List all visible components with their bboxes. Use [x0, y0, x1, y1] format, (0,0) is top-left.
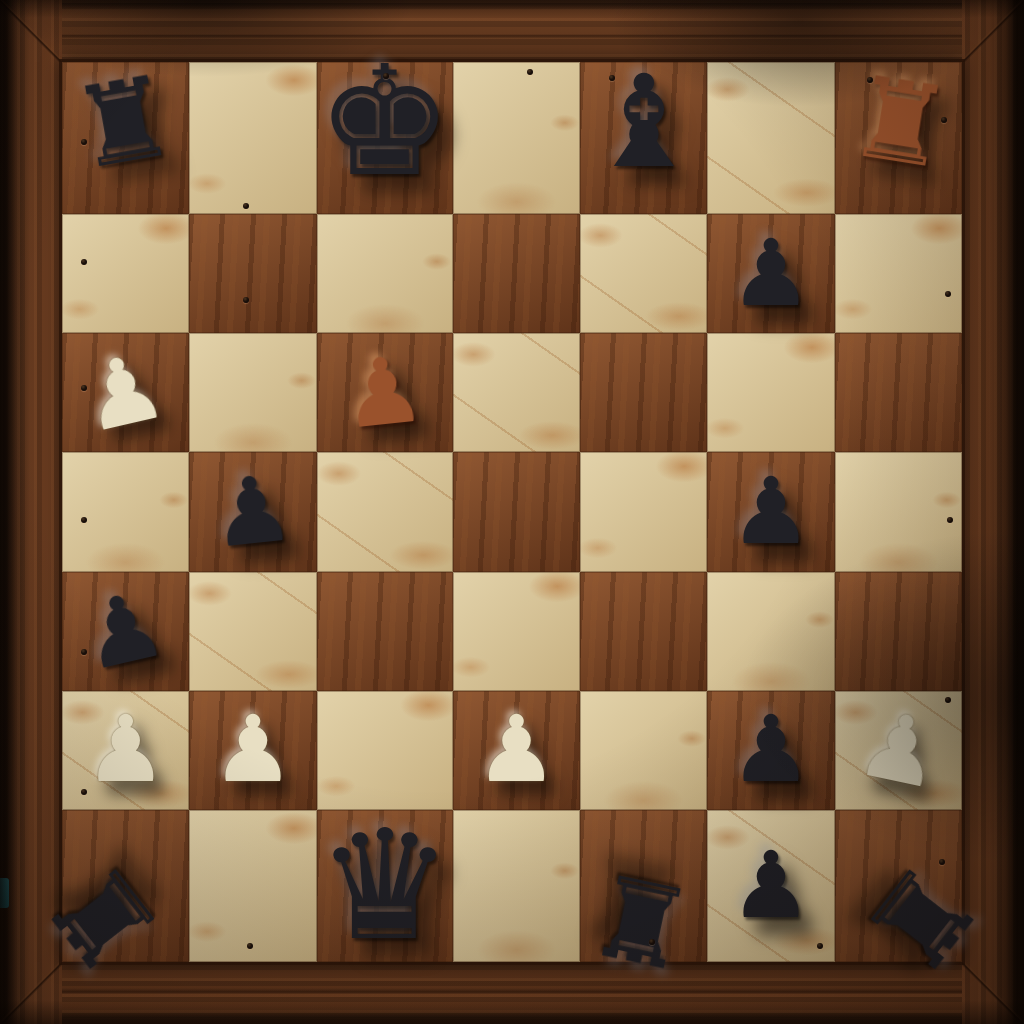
square-r3c5[interactable] [580, 333, 707, 452]
square-r6c4[interactable]: ♟ [453, 691, 580, 810]
nail-hole-decoration [81, 259, 87, 265]
piece-white-pawn[interactable]: ♟ [84, 704, 166, 796]
nail-hole-decoration [945, 291, 951, 297]
square-r4c2[interactable]: ♟ [189, 452, 316, 571]
nail-hole-decoration [945, 697, 951, 703]
square-r4c5[interactable] [580, 452, 707, 571]
board-frame-right [962, 0, 1024, 1024]
square-r5c6[interactable] [707, 572, 834, 691]
piece-black-king[interactable]: ♚ [317, 46, 453, 198]
piece-black-bishop[interactable]: ♝ [586, 58, 701, 186]
square-r2c1[interactable] [62, 214, 189, 333]
piece-black-queen[interactable]: ♛ [317, 810, 453, 962]
piece-white-pawn[interactable]: ♟ [73, 339, 174, 447]
nail-hole-decoration [243, 203, 249, 209]
square-r6c3[interactable] [317, 691, 453, 810]
square-r7c7[interactable]: ♜ [835, 810, 962, 962]
nail-hole-decoration [81, 789, 87, 795]
square-r7c1[interactable]: ♜ [62, 810, 189, 962]
square-r3c1[interactable]: ♟ [62, 333, 189, 452]
nail-hole-decoration [81, 385, 87, 391]
piece-white-pawn[interactable]: ♟ [475, 704, 557, 796]
square-r1c4[interactable] [453, 62, 580, 214]
square-r2c4[interactable] [453, 214, 580, 333]
chess-photo-scene: ♜♚♝♜♟♟♟♟♟♟♟♟♟♟♟♜♛♜♟♜ [0, 0, 1024, 1024]
square-r6c7[interactable]: ♟ [835, 691, 962, 810]
nail-hole-decoration [947, 517, 953, 523]
nail-hole-decoration [81, 139, 87, 145]
square-r5c5[interactable] [580, 572, 707, 691]
piece-black-pawn[interactable]: ♟ [730, 840, 812, 932]
square-r5c1[interactable]: ♟ [62, 572, 189, 691]
nail-hole-decoration [939, 859, 945, 865]
frame-miter-bottom-right [962, 962, 1024, 1024]
square-r7c4[interactable] [453, 810, 580, 962]
square-r2c7[interactable] [835, 214, 962, 333]
piece-black-pawn[interactable]: ♟ [730, 704, 812, 796]
square-r1c7[interactable]: ♜ [835, 62, 962, 214]
square-r3c4[interactable] [453, 333, 580, 452]
piece-black-pawn[interactable]: ♟ [730, 466, 812, 558]
board-frame-bottom [0, 962, 1024, 1024]
nail-hole-decoration [817, 943, 823, 949]
nail-hole-decoration [649, 939, 655, 945]
square-r2c2[interactable] [189, 214, 316, 333]
chess-board: ♜♚♝♜♟♟♟♟♟♟♟♟♟♟♟♜♛♜♟♜ [62, 62, 962, 962]
square-r4c7[interactable] [835, 452, 962, 571]
board-frame-left [0, 0, 62, 1024]
piece-black-pawn[interactable]: ♟ [730, 228, 812, 320]
square-r6c6[interactable]: ♟ [707, 691, 834, 810]
piece-black-pawn[interactable]: ♟ [206, 462, 298, 562]
square-r3c2[interactable] [189, 333, 316, 452]
square-r2c6[interactable]: ♟ [707, 214, 834, 333]
square-r1c2[interactable] [189, 62, 316, 214]
piece-white-pawn[interactable]: ♟ [850, 697, 950, 804]
square-r5c2[interactable] [189, 572, 316, 691]
square-r5c3[interactable] [317, 572, 453, 691]
square-r7c6[interactable]: ♟ [707, 810, 834, 962]
square-r4c3[interactable] [317, 452, 453, 571]
square-r4c6[interactable]: ♟ [707, 452, 834, 571]
square-r7c3[interactable]: ♛ [317, 810, 453, 962]
nail-hole-decoration [81, 517, 87, 523]
piece-black-rook[interactable]: ♜ [65, 58, 183, 186]
square-r4c1[interactable] [62, 452, 189, 571]
nail-hole-decoration [383, 73, 389, 79]
piece-white-pawn[interactable]: ♟ [212, 704, 294, 796]
square-r6c2[interactable]: ♟ [189, 691, 316, 810]
frame-miter-bottom-left [0, 962, 62, 1024]
square-r1c6[interactable] [707, 62, 834, 214]
teal-paint-chip-decoration [0, 878, 9, 908]
square-r1c5[interactable]: ♝ [580, 62, 707, 214]
frame-miter-top-left [0, 0, 62, 62]
square-r7c5[interactable]: ♜ [580, 810, 707, 962]
square-r1c3[interactable]: ♚ [317, 62, 453, 214]
frame-miter-top-right [962, 0, 1024, 62]
square-r3c6[interactable] [707, 333, 834, 452]
square-r2c5[interactable] [580, 214, 707, 333]
piece-brown-pawn[interactable]: ♟ [338, 343, 430, 443]
nail-hole-decoration [527, 69, 533, 75]
nail-hole-decoration [609, 75, 615, 81]
square-r2c3[interactable] [317, 214, 453, 333]
nail-hole-decoration [247, 943, 253, 949]
nail-hole-decoration [867, 77, 873, 83]
square-r6c5[interactable] [580, 691, 707, 810]
square-r1c1[interactable]: ♜ [62, 62, 189, 214]
piece-black-pawn[interactable]: ♟ [73, 577, 174, 685]
square-r5c7[interactable] [835, 572, 962, 691]
square-r5c4[interactable] [453, 572, 580, 691]
square-r3c3[interactable]: ♟ [317, 333, 453, 452]
nail-hole-decoration [941, 117, 947, 123]
square-r3c7[interactable] [835, 333, 962, 452]
square-r7c2[interactable] [189, 810, 316, 962]
square-r4c4[interactable] [453, 452, 580, 571]
nail-hole-decoration [81, 649, 87, 655]
nail-hole-decoration [243, 297, 249, 303]
